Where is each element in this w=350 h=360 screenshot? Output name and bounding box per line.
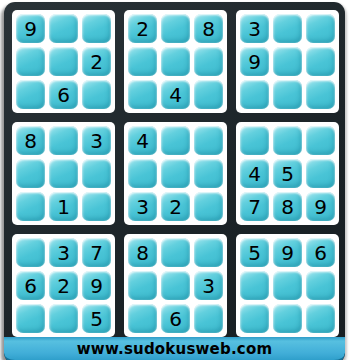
cell-r7c1[interactable] [16, 238, 45, 267]
cell-r5c5[interactable] [161, 159, 190, 188]
cell-r3c7[interactable] [240, 80, 269, 109]
cell-r1c4[interactable]: 2 [128, 14, 157, 43]
cell-r2c8[interactable] [273, 47, 302, 76]
cell-r4c1[interactable]: 8 [16, 126, 45, 155]
cell-r4c8[interactable] [273, 126, 302, 155]
cell-r1c5[interactable] [161, 14, 190, 43]
site-url-link[interactable]: www.sudokusweb.com [77, 340, 272, 358]
cell-r4c3[interactable]: 3 [82, 126, 111, 155]
cell-r4c2[interactable] [49, 126, 78, 155]
cell-r4c6[interactable] [194, 126, 223, 155]
cell-r3c6[interactable] [194, 80, 223, 109]
cell-r7c8[interactable]: 9 [273, 238, 302, 267]
cell-r8c3[interactable]: 9 [82, 271, 111, 300]
cell-r7c9[interactable]: 6 [306, 238, 335, 267]
cell-r6c8[interactable]: 8 [273, 192, 302, 221]
box-0-1: 284 [124, 10, 227, 113]
cell-r1c6[interactable]: 8 [194, 14, 223, 43]
cell-r6c9[interactable]: 9 [306, 192, 335, 221]
cell-r1c7[interactable]: 3 [240, 14, 269, 43]
box-1-2: 45789 [236, 122, 339, 225]
cell-r8c4[interactable] [128, 271, 157, 300]
cell-r7c5[interactable] [161, 238, 190, 267]
cell-r6c4[interactable]: 3 [128, 192, 157, 221]
cell-r6c3[interactable] [82, 192, 111, 221]
cell-r9c3[interactable]: 5 [82, 304, 111, 333]
cell-r6c6[interactable] [194, 192, 223, 221]
cell-r8c6[interactable]: 3 [194, 271, 223, 300]
cell-r2c7[interactable]: 9 [240, 47, 269, 76]
cell-r3c8[interactable] [273, 80, 302, 109]
cell-r8c8[interactable] [273, 271, 302, 300]
sudoku-grid: 9262843983143245789376295836596 [4, 2, 345, 337]
cell-r7c7[interactable]: 5 [240, 238, 269, 267]
cell-r1c1[interactable]: 9 [16, 14, 45, 43]
cell-r8c1[interactable]: 6 [16, 271, 45, 300]
cell-r5c9[interactable] [306, 159, 335, 188]
cell-r1c9[interactable] [306, 14, 335, 43]
cell-r6c2[interactable]: 1 [49, 192, 78, 221]
cell-r2c1[interactable] [16, 47, 45, 76]
cell-r5c3[interactable] [82, 159, 111, 188]
cell-r9c4[interactable] [128, 304, 157, 333]
sudoku-board: 9262843983143245789376295836596 www.sudo… [4, 2, 345, 360]
cell-r8c2[interactable]: 2 [49, 271, 78, 300]
cell-r4c5[interactable] [161, 126, 190, 155]
cell-r9c7[interactable] [240, 304, 269, 333]
cell-r3c3[interactable] [82, 80, 111, 109]
cell-r5c1[interactable] [16, 159, 45, 188]
cell-r2c5[interactable] [161, 47, 190, 76]
box-0-0: 926 [12, 10, 115, 113]
cell-r3c2[interactable]: 6 [49, 80, 78, 109]
cell-r5c8[interactable]: 5 [273, 159, 302, 188]
cell-r3c9[interactable] [306, 80, 335, 109]
cell-r1c3[interactable] [82, 14, 111, 43]
box-0-2: 39 [236, 10, 339, 113]
site-footer: www.sudokusweb.com [4, 337, 345, 360]
cell-r3c4[interactable] [128, 80, 157, 109]
cell-r9c5[interactable]: 6 [161, 304, 190, 333]
cell-r7c2[interactable]: 3 [49, 238, 78, 267]
cell-r6c5[interactable]: 2 [161, 192, 190, 221]
cell-r5c4[interactable] [128, 159, 157, 188]
box-2-0: 376295 [12, 234, 115, 337]
cell-r1c2[interactable] [49, 14, 78, 43]
cell-r1c8[interactable] [273, 14, 302, 43]
cell-r7c6[interactable] [194, 238, 223, 267]
cell-r2c2[interactable] [49, 47, 78, 76]
cell-r6c7[interactable]: 7 [240, 192, 269, 221]
cell-r5c6[interactable] [194, 159, 223, 188]
cell-r8c7[interactable] [240, 271, 269, 300]
box-1-0: 831 [12, 122, 115, 225]
cell-r9c8[interactable] [273, 304, 302, 333]
cell-r4c9[interactable] [306, 126, 335, 155]
cell-r8c9[interactable] [306, 271, 335, 300]
box-2-1: 836 [124, 234, 227, 337]
cell-r9c9[interactable] [306, 304, 335, 333]
cell-r4c7[interactable] [240, 126, 269, 155]
cell-r2c6[interactable] [194, 47, 223, 76]
cell-r7c4[interactable]: 8 [128, 238, 157, 267]
cell-r4c4[interactable]: 4 [128, 126, 157, 155]
cell-r3c5[interactable]: 4 [161, 80, 190, 109]
cell-r8c5[interactable] [161, 271, 190, 300]
cell-r2c9[interactable] [306, 47, 335, 76]
box-1-1: 432 [124, 122, 227, 225]
cell-r6c1[interactable] [16, 192, 45, 221]
cell-r3c1[interactable] [16, 80, 45, 109]
cell-r5c2[interactable] [49, 159, 78, 188]
cell-r9c1[interactable] [16, 304, 45, 333]
cell-r9c2[interactable] [49, 304, 78, 333]
cell-r2c3[interactable]: 2 [82, 47, 111, 76]
cell-r7c3[interactable]: 7 [82, 238, 111, 267]
cell-r5c7[interactable]: 4 [240, 159, 269, 188]
cell-r2c4[interactable] [128, 47, 157, 76]
box-2-2: 596 [236, 234, 339, 337]
cell-r9c6[interactable] [194, 304, 223, 333]
